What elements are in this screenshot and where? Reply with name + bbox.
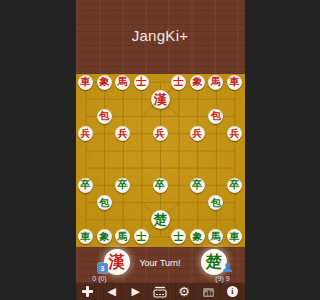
cho-score: (9) 9: [204, 275, 242, 282]
cho-soldier-piece[interactable]: 卒: [78, 178, 93, 193]
title-bar: JangKi+: [76, 0, 245, 74]
cho-chariot-piece[interactable]: 車: [78, 229, 93, 244]
info-icon: i: [227, 286, 238, 297]
bottom-toolbar: ◀ ▶ ⚙ i: [76, 283, 245, 300]
han-level-badge: 3: [98, 263, 108, 273]
han-cannon-piece[interactable]: 包: [97, 109, 112, 124]
han-chariot-piece[interactable]: 車: [227, 75, 242, 90]
cho-chariot-piece[interactable]: 車: [227, 229, 242, 244]
app-window: JangKi+: [76, 0, 245, 300]
cho-guard-piece[interactable]: 士: [134, 229, 149, 244]
cho-elephant-piece[interactable]: 象: [190, 229, 205, 244]
han-soldier-piece[interactable]: 兵: [153, 126, 168, 141]
board-setup-button[interactable]: [151, 283, 169, 300]
stats-button[interactable]: [199, 283, 217, 300]
undo-icon: ◀: [107, 286, 115, 297]
pieces-layer: 車象馬士士象馬車漢包包兵兵兵兵兵卒卒卒卒卒包包楚車象馬士士象馬車: [76, 74, 245, 247]
han-chariot-piece[interactable]: 車: [78, 75, 93, 90]
app-title: JangKi+: [76, 27, 245, 44]
cho-cannon-piece[interactable]: 包: [208, 195, 223, 210]
cho-soldier-piece[interactable]: 卒: [190, 178, 205, 193]
redo-icon: ▶: [132, 286, 140, 297]
han-cannon-piece[interactable]: 包: [208, 109, 223, 124]
han-soldier-piece[interactable]: 兵: [227, 126, 242, 141]
stats-icon: [202, 286, 215, 298]
cho-soldier-piece[interactable]: 卒: [153, 178, 168, 193]
cho-general-piece[interactable]: 楚: [151, 210, 170, 229]
han-horse-piece[interactable]: 馬: [208, 75, 223, 90]
han-soldier-piece[interactable]: 兵: [115, 126, 130, 141]
han-guard-piece[interactable]: 士: [134, 75, 149, 90]
cho-horse-piece[interactable]: 馬: [115, 229, 130, 244]
han-guard-piece[interactable]: 士: [171, 75, 186, 90]
cho-elephant-piece[interactable]: 象: [97, 229, 112, 244]
info-button[interactable]: i: [223, 283, 241, 300]
undo-button[interactable]: ◀: [103, 283, 121, 300]
cho-horse-piece[interactable]: 馬: [208, 229, 223, 244]
turn-status: Your Turn!: [116, 258, 205, 268]
han-elephant-piece[interactable]: 象: [97, 75, 112, 90]
cho-cannon-piece[interactable]: 包: [97, 195, 112, 210]
han-general-piece[interactable]: 漢: [151, 90, 170, 109]
han-elephant-piece[interactable]: 象: [190, 75, 205, 90]
han-soldier-piece[interactable]: 兵: [190, 126, 205, 141]
board-setup-icon: [153, 286, 167, 298]
cho-soldier-piece[interactable]: 卒: [227, 178, 242, 193]
plus-icon: [82, 286, 93, 297]
human-player-icon: [222, 262, 233, 273]
han-soldier-piece[interactable]: 兵: [78, 126, 93, 141]
han-score: 0 (0): [82, 275, 118, 282]
settings-button[interactable]: ⚙: [175, 283, 193, 300]
cho-general-glyph: 楚: [206, 252, 222, 273]
cho-soldier-piece[interactable]: 卒: [115, 178, 130, 193]
cho-guard-piece[interactable]: 士: [171, 229, 186, 244]
han-horse-piece[interactable]: 馬: [115, 75, 130, 90]
settings-icon: ⚙: [178, 285, 190, 298]
janggi-board[interactable]: 車象馬士士象馬車漢包包兵兵兵兵兵卒卒卒卒卒包包楚車象馬士士象馬車: [76, 74, 245, 247]
new-game-button[interactable]: [79, 283, 97, 300]
redo-button[interactable]: ▶: [127, 283, 145, 300]
info-bar: 漢 3 0 (0) Your Turn! 楚 (9) 9: [76, 247, 245, 283]
